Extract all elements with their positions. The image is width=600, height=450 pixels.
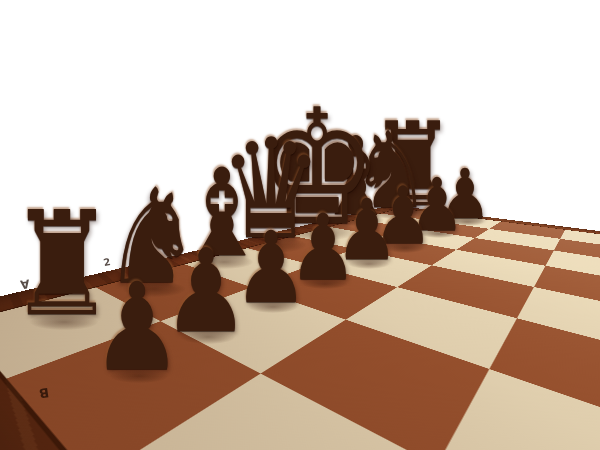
board-photo: AB2♜♞♝♛♚♝♞♜♟♟♟♟♟♟♟♟ bbox=[0, 0, 600, 450]
piece-black-pawn-a7[interactable]: ♟ bbox=[91, 267, 182, 388]
